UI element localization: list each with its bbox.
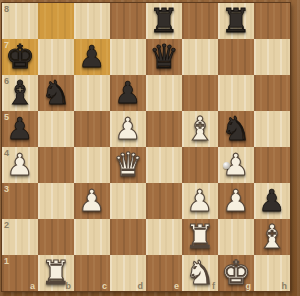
- white-pawn-icon[interactable]: ♟: [182, 183, 218, 219]
- square-d1[interactable]: d: [110, 255, 146, 291]
- square-a5[interactable]: 5♟: [2, 111, 38, 147]
- square-d6[interactable]: ♟: [110, 75, 146, 111]
- square-e6[interactable]: [146, 75, 182, 111]
- square-a4[interactable]: 4♟: [2, 147, 38, 183]
- square-h7[interactable]: [254, 39, 290, 75]
- chessboard-window: 8♜♜7♚♟♛6♝♞♟5♟♟♝♞4♟♛♟3♟♟♟♟2♜♝1ab♜cdef♞g♚h: [0, 0, 300, 296]
- square-a2[interactable]: 2: [2, 219, 38, 255]
- black-pawn-icon[interactable]: ♟: [74, 39, 110, 75]
- white-rook-icon[interactable]: ♜: [38, 255, 74, 291]
- square-h1[interactable]: h: [254, 255, 290, 291]
- square-c1[interactable]: c: [74, 255, 110, 291]
- rank-label-3: 3: [4, 184, 9, 194]
- white-knight-icon[interactable]: ♞: [182, 255, 218, 291]
- square-d7[interactable]: [110, 39, 146, 75]
- square-g2[interactable]: [218, 219, 254, 255]
- rank-label-2: 2: [4, 220, 9, 230]
- black-king-icon[interactable]: ♚: [2, 39, 38, 75]
- square-c4[interactable]: [74, 147, 110, 183]
- white-queen-icon[interactable]: ♛: [110, 147, 146, 183]
- file-label-d: d: [138, 281, 144, 291]
- square-f7[interactable]: [182, 39, 218, 75]
- square-b4[interactable]: [38, 147, 74, 183]
- black-pawn-icon[interactable]: ♟: [2, 111, 38, 147]
- square-d2[interactable]: [110, 219, 146, 255]
- square-g6[interactable]: [218, 75, 254, 111]
- square-c6[interactable]: [74, 75, 110, 111]
- square-h8[interactable]: [254, 3, 290, 39]
- square-e7[interactable]: ♛: [146, 39, 182, 75]
- square-d4[interactable]: ♛: [110, 147, 146, 183]
- square-f2[interactable]: ♜: [182, 219, 218, 255]
- square-b6[interactable]: ♞: [38, 75, 74, 111]
- square-b1[interactable]: b♜: [38, 255, 74, 291]
- square-a7[interactable]: 7♚: [2, 39, 38, 75]
- black-pawn-icon[interactable]: ♟: [110, 75, 146, 111]
- square-c5[interactable]: [74, 111, 110, 147]
- square-f4[interactable]: [182, 147, 218, 183]
- square-a6[interactable]: 6♝: [2, 75, 38, 111]
- white-pawn-icon[interactable]: ♟: [218, 183, 254, 219]
- square-f1[interactable]: f♞: [182, 255, 218, 291]
- square-h2[interactable]: ♝: [254, 219, 290, 255]
- square-a3[interactable]: 3: [2, 183, 38, 219]
- square-e8[interactable]: ♜: [146, 3, 182, 39]
- square-e3[interactable]: [146, 183, 182, 219]
- black-knight-icon[interactable]: ♞: [38, 75, 74, 111]
- square-e1[interactable]: e: [146, 255, 182, 291]
- file-label-c: c: [102, 281, 107, 291]
- black-bishop-icon[interactable]: ♝: [2, 75, 38, 111]
- square-g8[interactable]: ♜: [218, 3, 254, 39]
- square-e5[interactable]: [146, 111, 182, 147]
- square-b2[interactable]: [38, 219, 74, 255]
- white-bishop-icon[interactable]: ♝: [254, 219, 290, 255]
- black-rook-icon[interactable]: ♜: [218, 3, 254, 39]
- square-b7[interactable]: [38, 39, 74, 75]
- file-label-e: e: [174, 281, 179, 291]
- square-g7[interactable]: [218, 39, 254, 75]
- rank-label-8: 8: [4, 4, 9, 14]
- square-e2[interactable]: [146, 219, 182, 255]
- black-queen-icon[interactable]: ♛: [146, 39, 182, 75]
- square-h3[interactable]: ♟: [254, 183, 290, 219]
- white-pawn-icon[interactable]: ♟: [110, 111, 146, 147]
- rank-label-1: 1: [4, 256, 9, 266]
- square-h4[interactable]: [254, 147, 290, 183]
- white-bishop-icon[interactable]: ♝: [182, 111, 218, 147]
- file-label-h: h: [282, 281, 288, 291]
- white-pawn-icon[interactable]: ♟: [74, 183, 110, 219]
- square-b8[interactable]: [38, 3, 74, 39]
- square-d5[interactable]: ♟: [110, 111, 146, 147]
- square-b3[interactable]: [38, 183, 74, 219]
- move-hint-dot: [223, 162, 230, 169]
- square-d8[interactable]: [110, 3, 146, 39]
- file-label-a: a: [30, 281, 35, 291]
- white-king-icon[interactable]: ♚: [218, 255, 254, 291]
- square-a8[interactable]: 8: [2, 3, 38, 39]
- square-b5[interactable]: [38, 111, 74, 147]
- square-f5[interactable]: ♝: [182, 111, 218, 147]
- chess-board: 8♜♜7♚♟♛6♝♞♟5♟♟♝♞4♟♛♟3♟♟♟♟2♜♝1ab♜cdef♞g♚h: [2, 3, 290, 291]
- square-c2[interactable]: [74, 219, 110, 255]
- square-g3[interactable]: ♟: [218, 183, 254, 219]
- black-rook-icon[interactable]: ♜: [146, 3, 182, 39]
- square-h5[interactable]: [254, 111, 290, 147]
- black-pawn-icon[interactable]: ♟: [254, 183, 290, 219]
- square-e4[interactable]: [146, 147, 182, 183]
- white-rook-icon[interactable]: ♜: [182, 219, 218, 255]
- square-a1[interactable]: 1a: [2, 255, 38, 291]
- white-pawn-icon[interactable]: ♟: [2, 147, 38, 183]
- square-g5[interactable]: ♞: [218, 111, 254, 147]
- square-h6[interactable]: [254, 75, 290, 111]
- square-d3[interactable]: [110, 183, 146, 219]
- square-c7[interactable]: ♟: [74, 39, 110, 75]
- black-knight-icon[interactable]: ♞: [218, 111, 254, 147]
- square-f8[interactable]: [182, 3, 218, 39]
- square-f3[interactable]: ♟: [182, 183, 218, 219]
- square-c3[interactable]: ♟: [74, 183, 110, 219]
- square-g1[interactable]: g♚: [218, 255, 254, 291]
- square-c8[interactable]: [74, 3, 110, 39]
- square-f6[interactable]: [182, 75, 218, 111]
